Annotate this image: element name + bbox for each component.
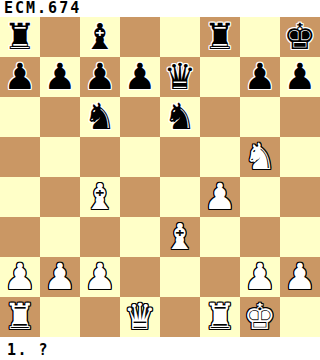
white-pawn-a2: ♟ [4, 257, 36, 297]
square-f8[interactable]: ♜ [200, 17, 240, 57]
square-g3[interactable] [240, 217, 280, 257]
square-b8[interactable] [40, 17, 80, 57]
square-f6[interactable] [200, 97, 240, 137]
square-c4[interactable]: ♝ [80, 177, 120, 217]
square-c7[interactable]: ♟ [80, 57, 120, 97]
square-c6[interactable]: ♞ [80, 97, 120, 137]
square-h2[interactable]: ♟ [280, 257, 320, 297]
black-knight-c6: ♞ [84, 97, 116, 137]
square-b1[interactable] [40, 297, 80, 337]
square-d5[interactable] [120, 137, 160, 177]
square-d4[interactable] [120, 177, 160, 217]
square-e5[interactable] [160, 137, 200, 177]
square-e3[interactable]: ♝ [160, 217, 200, 257]
square-c8[interactable]: ♝ [80, 17, 120, 57]
white-pawn-c2: ♟ [84, 257, 116, 297]
black-rook-f8: ♜ [204, 17, 236, 57]
black-rook-a8: ♜ [4, 17, 36, 57]
square-a2[interactable]: ♟ [0, 257, 40, 297]
square-c1[interactable] [80, 297, 120, 337]
square-g5[interactable]: ♞ [240, 137, 280, 177]
square-d1[interactable]: ♛ [120, 297, 160, 337]
square-a4[interactable] [0, 177, 40, 217]
square-h7[interactable]: ♟ [280, 57, 320, 97]
white-queen-d1: ♛ [124, 297, 156, 337]
white-king-g1: ♚ [244, 297, 276, 337]
square-d3[interactable] [120, 217, 160, 257]
square-d2[interactable] [120, 257, 160, 297]
square-a1[interactable]: ♜ [0, 297, 40, 337]
black-pawn-a7: ♟ [4, 57, 36, 97]
white-rook-a1: ♜ [4, 297, 36, 337]
square-b2[interactable]: ♟ [40, 257, 80, 297]
square-a3[interactable] [0, 217, 40, 257]
square-c5[interactable] [80, 137, 120, 177]
white-bishop-c4: ♝ [84, 177, 116, 217]
square-e8[interactable] [160, 17, 200, 57]
white-pawn-f4: ♟ [204, 177, 236, 217]
black-bishop-c8: ♝ [84, 17, 116, 57]
square-d6[interactable] [120, 97, 160, 137]
square-d7[interactable]: ♟ [120, 57, 160, 97]
white-pawn-g2: ♟ [244, 257, 276, 297]
square-b5[interactable] [40, 137, 80, 177]
square-e1[interactable] [160, 297, 200, 337]
white-rook-f1: ♜ [204, 297, 236, 337]
square-g1[interactable]: ♚ [240, 297, 280, 337]
square-e7[interactable]: ♛ [160, 57, 200, 97]
square-f2[interactable] [200, 257, 240, 297]
black-pawn-d7: ♟ [124, 57, 156, 97]
square-g4[interactable] [240, 177, 280, 217]
square-h4[interactable] [280, 177, 320, 217]
square-g6[interactable] [240, 97, 280, 137]
square-e6[interactable]: ♞ [160, 97, 200, 137]
chess-board: ♜♝♜♚♟♟♟♟♛♟♟♞♞♞♝♟♝♟♟♟♟♟♜♛♜♚ [0, 17, 320, 337]
white-bishop-e3: ♝ [164, 217, 196, 257]
black-queen-e7: ♛ [164, 57, 196, 97]
square-a5[interactable] [0, 137, 40, 177]
black-pawn-b7: ♟ [44, 57, 76, 97]
square-h6[interactable] [280, 97, 320, 137]
square-a6[interactable] [0, 97, 40, 137]
square-f1[interactable]: ♜ [200, 297, 240, 337]
black-pawn-h7: ♟ [284, 57, 316, 97]
square-h3[interactable] [280, 217, 320, 257]
white-pawn-h2: ♟ [284, 257, 316, 297]
square-a7[interactable]: ♟ [0, 57, 40, 97]
square-g2[interactable]: ♟ [240, 257, 280, 297]
square-e2[interactable] [160, 257, 200, 297]
white-pawn-b2: ♟ [44, 257, 76, 297]
square-f4[interactable]: ♟ [200, 177, 240, 217]
chess-puzzle-viewer: ECM.674 ♜♝♜♚♟♟♟♟♛♟♟♞♞♞♝♟♝♟♟♟♟♟♜♛♜♚ 1. ? [0, 0, 320, 360]
square-b4[interactable] [40, 177, 80, 217]
square-f3[interactable] [200, 217, 240, 257]
black-pawn-c7: ♟ [84, 57, 116, 97]
square-e4[interactable] [160, 177, 200, 217]
square-g7[interactable]: ♟ [240, 57, 280, 97]
square-b6[interactable] [40, 97, 80, 137]
square-c3[interactable] [80, 217, 120, 257]
black-king-h8: ♚ [284, 17, 316, 57]
square-b3[interactable] [40, 217, 80, 257]
square-f7[interactable] [200, 57, 240, 97]
square-f5[interactable] [200, 137, 240, 177]
white-knight-g5: ♞ [244, 137, 276, 177]
square-h1[interactable] [280, 297, 320, 337]
square-b7[interactable]: ♟ [40, 57, 80, 97]
puzzle-title: ECM.674 [0, 0, 320, 17]
square-c2[interactable]: ♟ [80, 257, 120, 297]
black-knight-e6: ♞ [164, 97, 196, 137]
square-h5[interactable] [280, 137, 320, 177]
square-a8[interactable]: ♜ [0, 17, 40, 57]
square-h8[interactable]: ♚ [280, 17, 320, 57]
black-pawn-g7: ♟ [244, 57, 276, 97]
square-d8[interactable] [120, 17, 160, 57]
move-prompt: 1. ? [0, 337, 320, 359]
square-g8[interactable] [240, 17, 280, 57]
